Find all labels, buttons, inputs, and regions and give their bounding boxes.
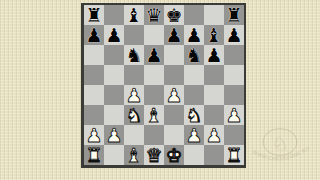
watermark-arc-text: WWW.CHESSZONE.RU — [251, 145, 310, 161]
svg-text:WWW.CHESSZONE.RU: WWW.CHESSZONE.RU — [251, 145, 310, 161]
white-knight: ♞ — [125, 105, 142, 125]
square-h4 — [224, 85, 244, 105]
square-e6 — [164, 45, 184, 65]
square-c1: ♝ — [124, 145, 144, 165]
white-pawn: ♟ — [85, 125, 102, 145]
black-pawn: ♟ — [145, 45, 162, 65]
board-grid: ♜♝♛♚♜♟♟♟♟♝♟♞♟♞♟♟♟♞♝♞♟♟♟♟♟♜♝♛♚♜ — [84, 5, 244, 165]
white-pawn: ♟ — [185, 125, 202, 145]
square-g2: ♟ — [204, 125, 224, 145]
black-pawn: ♟ — [205, 45, 222, 65]
square-a4 — [84, 85, 104, 105]
black-queen: ♛ — [145, 5, 162, 25]
square-c5 — [124, 65, 144, 85]
square-f4 — [184, 85, 204, 105]
square-c7 — [124, 25, 144, 45]
square-b8 — [104, 5, 124, 25]
square-g8 — [204, 5, 224, 25]
black-knight: ♞ — [125, 45, 142, 65]
square-c8: ♝ — [124, 5, 144, 25]
square-e8: ♚ — [164, 5, 184, 25]
white-queen: ♛ — [145, 145, 162, 165]
black-pawn: ♟ — [105, 25, 122, 45]
square-a2: ♟ — [84, 125, 104, 145]
square-f7: ♟ — [184, 25, 204, 45]
square-e5 — [164, 65, 184, 85]
square-g3 — [204, 105, 224, 125]
square-c4: ♟ — [124, 85, 144, 105]
square-g5 — [204, 65, 224, 85]
square-b4 — [104, 85, 124, 105]
square-b5 — [104, 65, 124, 85]
white-pawn: ♟ — [125, 85, 142, 105]
square-d2 — [144, 125, 164, 145]
black-bishop: ♝ — [125, 5, 142, 25]
square-f6: ♞ — [184, 45, 204, 65]
square-g7: ♝ — [204, 25, 224, 45]
square-e3 — [164, 105, 184, 125]
square-c2 — [124, 125, 144, 145]
white-pawn: ♟ — [205, 125, 222, 145]
white-knight: ♞ — [185, 105, 202, 125]
square-g6: ♟ — [204, 45, 224, 65]
black-king: ♚ — [165, 5, 182, 25]
square-e2 — [164, 125, 184, 145]
square-e1: ♚ — [164, 145, 184, 165]
square-c3: ♞ — [124, 105, 144, 125]
square-h7: ♟ — [224, 25, 244, 45]
square-h2 — [224, 125, 244, 145]
square-h5 — [224, 65, 244, 85]
black-rook: ♜ — [225, 5, 242, 25]
square-f5 — [184, 65, 204, 85]
square-a7: ♟ — [84, 25, 104, 45]
square-e4: ♟ — [164, 85, 184, 105]
square-f8 — [184, 5, 204, 25]
black-pawn: ♟ — [225, 25, 242, 45]
chess-board: ♜♝♛♚♜♟♟♟♟♝♟♞♟♞♟♟♟♞♝♞♟♟♟♟♟♜♝♛♚♜ — [81, 3, 246, 168]
square-b2: ♟ — [104, 125, 124, 145]
watermark-oval — [263, 129, 297, 156]
square-d5 — [144, 65, 164, 85]
square-a3 — [84, 105, 104, 125]
square-d1: ♛ — [144, 145, 164, 165]
square-h1: ♜ — [224, 145, 244, 165]
black-pawn: ♟ — [185, 25, 202, 45]
white-rook: ♜ — [85, 145, 102, 165]
black-knight: ♞ — [185, 45, 202, 65]
square-a6 — [84, 45, 104, 65]
square-a5 — [84, 65, 104, 85]
white-king: ♚ — [165, 145, 182, 165]
watermark: ♘ WWW.CHESSZONE.RU — [247, 125, 313, 173]
square-c6: ♞ — [124, 45, 144, 65]
square-d8: ♛ — [144, 5, 164, 25]
square-b7: ♟ — [104, 25, 124, 45]
square-f2: ♟ — [184, 125, 204, 145]
square-d3: ♝ — [144, 105, 164, 125]
white-pawn: ♟ — [105, 125, 122, 145]
square-a8: ♜ — [84, 5, 104, 25]
white-pawn: ♟ — [225, 105, 242, 125]
square-d6: ♟ — [144, 45, 164, 65]
black-rook: ♜ — [85, 5, 102, 25]
square-g4 — [204, 85, 224, 105]
square-b1 — [104, 145, 124, 165]
black-pawn: ♟ — [85, 25, 102, 45]
square-b6 — [104, 45, 124, 65]
black-pawn: ♟ — [165, 25, 182, 45]
square-g1 — [204, 145, 224, 165]
square-h8: ♜ — [224, 5, 244, 25]
square-b3 — [104, 105, 124, 125]
square-f1 — [184, 145, 204, 165]
square-a1: ♜ — [84, 145, 104, 165]
square-h3: ♟ — [224, 105, 244, 125]
knight-logo-icon: ♘ — [271, 132, 288, 154]
white-bishop: ♝ — [145, 105, 162, 125]
black-bishop: ♝ — [205, 25, 222, 45]
square-e7: ♟ — [164, 25, 184, 45]
white-bishop: ♝ — [125, 145, 142, 165]
square-h6 — [224, 45, 244, 65]
white-rook: ♜ — [225, 145, 242, 165]
white-pawn: ♟ — [165, 85, 182, 105]
page-background: ♜♝♛♚♜♟♟♟♟♝♟♞♟♞♟♟♟♞♝♞♟♟♟♟♟♜♝♛♚♜ ♘ WWW.CHE… — [0, 0, 320, 180]
square-f3: ♞ — [184, 105, 204, 125]
square-d7 — [144, 25, 164, 45]
square-d4 — [144, 85, 164, 105]
